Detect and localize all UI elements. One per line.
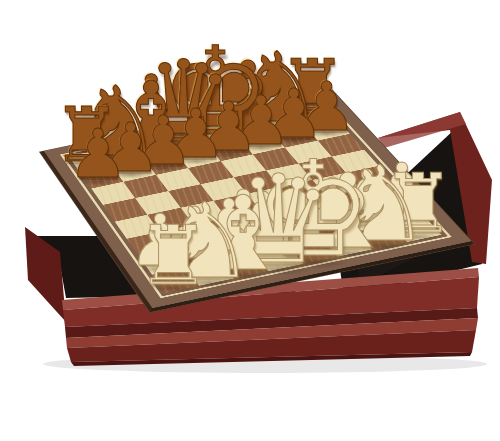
white-rook-a1: ♜ (137, 215, 211, 297)
piece-glyph: ♟ (68, 116, 128, 194)
piece-glyph: ♜ (137, 208, 211, 303)
black-pawn-a7: ♟ (68, 122, 128, 189)
chess-set-photo: ♜♞♝♟♚♟♛♟♝♟♞♟♜♟♟♟♟♟♟♜♟♞♟♝♟♚♟♛♟♝♞♜ (0, 0, 500, 441)
